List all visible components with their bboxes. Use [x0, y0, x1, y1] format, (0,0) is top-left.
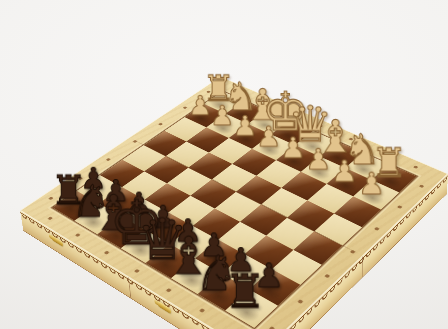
- black-rook-piece[interactable]: ♜: [201, 270, 289, 314]
- square-h8[interactable]: ♜: [225, 289, 277, 327]
- board-grid: ♜♞♝♚♛♝♞♜♟♟♟♟♟♟♟♟♟♟♟♟♟♟♟♟♜♞♝♚♛♝♞♜: [53, 91, 417, 328]
- chess-set-photo: ♜♞♝♚♛♝♞♜♟♟♟♟♟♟♟♟♟♟♟♟♟♟♟♟♜♞♝♚♛♝♞♜: [0, 0, 448, 329]
- brass-clasp: [157, 300, 171, 314]
- white-pawn-piece[interactable]: ♟: [333, 170, 410, 198]
- brass-clasp: [51, 235, 63, 247]
- chess-board: ♜♞♝♚♛♝♞♜♟♟♟♟♟♟♟♟♟♟♟♟♟♟♟♟♜♞♝♚♛♝♞♜: [20, 76, 448, 329]
